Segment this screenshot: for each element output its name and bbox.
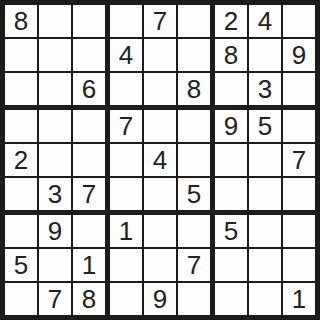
cell-r6c4[interactable] bbox=[110, 178, 144, 215]
cell-r4c6[interactable] bbox=[178, 110, 215, 144]
cell-r9c3[interactable]: 8 bbox=[73, 283, 110, 315]
cell-r6c5[interactable] bbox=[144, 178, 178, 215]
cell-r9c2[interactable]: 7 bbox=[39, 283, 73, 315]
cell-r9c6[interactable] bbox=[178, 283, 215, 315]
board-row-1: 8724 bbox=[5, 5, 315, 39]
cell-r3c5[interactable] bbox=[144, 73, 178, 110]
cell-r2c6[interactable] bbox=[178, 39, 215, 73]
cell-r6c2[interactable]: 3 bbox=[39, 178, 73, 215]
cell-r5c7[interactable] bbox=[215, 144, 249, 178]
cell-r9c5[interactable]: 9 bbox=[144, 283, 178, 315]
cell-r2c9[interactable]: 9 bbox=[283, 39, 315, 73]
cell-r8c3[interactable]: 1 bbox=[73, 249, 110, 283]
cell-r6c1[interactable] bbox=[5, 178, 39, 215]
cell-r8c2[interactable] bbox=[39, 249, 73, 283]
cell-r3c2[interactable] bbox=[39, 73, 73, 110]
board-row-9: 7891 bbox=[5, 283, 315, 315]
cell-r4c1[interactable] bbox=[5, 110, 39, 144]
cell-r2c4[interactable]: 4 bbox=[110, 39, 144, 73]
cell-r5c9[interactable]: 7 bbox=[283, 144, 315, 178]
board-row-5: 247 bbox=[5, 144, 315, 178]
cell-r7c5[interactable] bbox=[144, 215, 178, 249]
cell-r6c6[interactable]: 5 bbox=[178, 178, 215, 215]
cell-r1c9[interactable] bbox=[283, 5, 315, 39]
cell-r9c7[interactable] bbox=[215, 283, 249, 315]
board-row-8: 517 bbox=[5, 249, 315, 283]
cell-r4c4[interactable]: 7 bbox=[110, 110, 144, 144]
cell-r4c9[interactable] bbox=[283, 110, 315, 144]
board-row-3: 683 bbox=[5, 73, 315, 110]
cell-r1c5[interactable]: 7 bbox=[144, 5, 178, 39]
cell-r7c4[interactable]: 1 bbox=[110, 215, 144, 249]
cell-r3c4[interactable] bbox=[110, 73, 144, 110]
cell-r3c7[interactable] bbox=[215, 73, 249, 110]
cell-r6c7[interactable] bbox=[215, 178, 249, 215]
cell-r3c6[interactable]: 8 bbox=[178, 73, 215, 110]
cell-r8c1[interactable]: 5 bbox=[5, 249, 39, 283]
cell-r8c7[interactable] bbox=[215, 249, 249, 283]
cell-r4c2[interactable] bbox=[39, 110, 73, 144]
cell-r2c5[interactable] bbox=[144, 39, 178, 73]
cell-r5c4[interactable] bbox=[110, 144, 144, 178]
cell-r3c8[interactable]: 3 bbox=[249, 73, 283, 110]
board-row-7: 915 bbox=[5, 215, 315, 249]
cell-r6c3[interactable]: 7 bbox=[73, 178, 110, 215]
cell-r4c5[interactable] bbox=[144, 110, 178, 144]
cell-r7c8[interactable] bbox=[249, 215, 283, 249]
cell-r4c8[interactable]: 5 bbox=[249, 110, 283, 144]
cell-r4c7[interactable]: 9 bbox=[215, 110, 249, 144]
cell-r1c8[interactable]: 4 bbox=[249, 5, 283, 39]
cell-r5c1[interactable]: 2 bbox=[5, 144, 39, 178]
cell-r7c1[interactable] bbox=[5, 215, 39, 249]
cell-r9c9[interactable]: 1 bbox=[283, 283, 315, 315]
cell-r1c2[interactable] bbox=[39, 5, 73, 39]
cell-r8c5[interactable] bbox=[144, 249, 178, 283]
cell-r7c2[interactable]: 9 bbox=[39, 215, 73, 249]
cell-r8c8[interactable] bbox=[249, 249, 283, 283]
cell-r1c1[interactable]: 8 bbox=[5, 5, 39, 39]
cell-r8c9[interactable] bbox=[283, 249, 315, 283]
cell-r3c3[interactable]: 6 bbox=[73, 73, 110, 110]
cell-r2c2[interactable] bbox=[39, 39, 73, 73]
cell-r2c1[interactable] bbox=[5, 39, 39, 73]
cell-r7c3[interactable] bbox=[73, 215, 110, 249]
board-row-4: 795 bbox=[5, 110, 315, 144]
sudoku-board: 87244896837952473759155177891 bbox=[0, 0, 320, 320]
cell-r3c1[interactable] bbox=[5, 73, 39, 110]
board-row-6: 375 bbox=[5, 178, 315, 215]
cell-r7c9[interactable] bbox=[283, 215, 315, 249]
cell-r5c2[interactable] bbox=[39, 144, 73, 178]
cell-r6c9[interactable] bbox=[283, 178, 315, 215]
cell-r6c8[interactable] bbox=[249, 178, 283, 215]
cell-r3c9[interactable] bbox=[283, 73, 315, 110]
sudoku-screenshot: 87244896837952473759155177891 bbox=[0, 0, 320, 320]
board-row-2: 489 bbox=[5, 39, 315, 73]
cell-r1c6[interactable] bbox=[178, 5, 215, 39]
cell-r1c7[interactable]: 2 bbox=[215, 5, 249, 39]
cell-r9c8[interactable] bbox=[249, 283, 283, 315]
cell-r5c6[interactable] bbox=[178, 144, 215, 178]
cell-r8c6[interactable]: 7 bbox=[178, 249, 215, 283]
cell-r9c4[interactable] bbox=[110, 283, 144, 315]
cell-r2c7[interactable]: 8 bbox=[215, 39, 249, 73]
cell-r1c3[interactable] bbox=[73, 5, 110, 39]
cell-r8c4[interactable] bbox=[110, 249, 144, 283]
cell-r9c1[interactable] bbox=[5, 283, 39, 315]
cell-r7c6[interactable] bbox=[178, 215, 215, 249]
cell-r5c3[interactable] bbox=[73, 144, 110, 178]
cell-r5c5[interactable]: 4 bbox=[144, 144, 178, 178]
cell-r5c8[interactable] bbox=[249, 144, 283, 178]
cell-r4c3[interactable] bbox=[73, 110, 110, 144]
cell-r7c7[interactable]: 5 bbox=[215, 215, 249, 249]
cell-r2c8[interactable] bbox=[249, 39, 283, 73]
cell-r2c3[interactable] bbox=[73, 39, 110, 73]
cell-r1c4[interactable] bbox=[110, 5, 144, 39]
